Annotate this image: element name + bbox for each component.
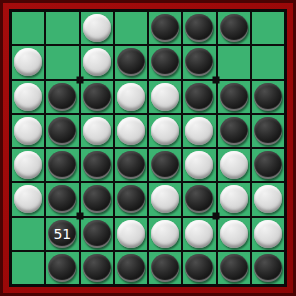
star-point-icon xyxy=(77,77,84,84)
cell-a3 xyxy=(12,81,44,113)
cell-h1[interactable] xyxy=(252,12,284,44)
cell-e8 xyxy=(149,252,181,284)
disc-black xyxy=(48,254,76,282)
disc-white xyxy=(83,117,111,145)
othello-board: 51 xyxy=(12,12,284,284)
cell-f4 xyxy=(183,115,215,147)
star-point-icon xyxy=(213,213,220,220)
cell-g3 xyxy=(218,81,250,113)
cell-b3 xyxy=(46,81,78,113)
star-point-icon xyxy=(77,213,84,220)
cell-b6 xyxy=(46,183,78,215)
disc-white xyxy=(117,117,145,145)
disc-white xyxy=(83,14,111,42)
disc-white xyxy=(185,151,213,179)
cell-a8[interactable] xyxy=(12,252,44,284)
disc-black xyxy=(151,48,179,76)
disc-black xyxy=(185,83,213,111)
cell-d1[interactable] xyxy=(115,12,147,44)
cell-f2 xyxy=(183,46,215,78)
disc-black xyxy=(185,254,213,282)
cell-g1 xyxy=(218,12,250,44)
board-frame-red: 51 xyxy=(3,3,293,293)
cell-b5 xyxy=(46,149,78,181)
cell-c2 xyxy=(81,46,113,78)
move-number-label: 51 xyxy=(53,227,71,241)
cell-f6 xyxy=(183,183,215,215)
cell-a4 xyxy=(12,115,44,147)
cell-f3 xyxy=(183,81,215,113)
cell-a6 xyxy=(12,183,44,215)
disc-black xyxy=(48,117,76,145)
cell-f1 xyxy=(183,12,215,44)
disc-black xyxy=(254,151,282,179)
cell-e2 xyxy=(149,46,181,78)
disc-black xyxy=(220,83,248,111)
cell-e7 xyxy=(149,218,181,250)
disc-white xyxy=(254,185,282,213)
disc-black xyxy=(83,254,111,282)
disc-black xyxy=(151,254,179,282)
disc-white xyxy=(220,220,248,248)
board-frame-inner: 51 xyxy=(9,9,287,287)
disc-black xyxy=(117,48,145,76)
disc-black xyxy=(220,117,248,145)
disc-white xyxy=(254,220,282,248)
disc-black xyxy=(83,151,111,179)
cell-g8 xyxy=(218,252,250,284)
disc-black xyxy=(220,14,248,42)
disc-white xyxy=(151,117,179,145)
cell-a5 xyxy=(12,149,44,181)
disc-black xyxy=(117,151,145,179)
disc-white xyxy=(151,185,179,213)
cell-d4 xyxy=(115,115,147,147)
disc-white xyxy=(14,185,42,213)
cell-d3 xyxy=(115,81,147,113)
cell-g5 xyxy=(218,149,250,181)
disc-black xyxy=(254,83,282,111)
cell-a1[interactable] xyxy=(12,12,44,44)
cell-b7: 51 xyxy=(46,218,78,250)
disc-black xyxy=(254,117,282,145)
cell-d2 xyxy=(115,46,147,78)
cell-b4 xyxy=(46,115,78,147)
star-point-icon xyxy=(213,77,220,84)
disc-black xyxy=(48,83,76,111)
disc-black xyxy=(185,185,213,213)
disc-black xyxy=(117,254,145,282)
cell-e1 xyxy=(149,12,181,44)
cell-g7 xyxy=(218,218,250,250)
disc-white xyxy=(14,117,42,145)
disc-black xyxy=(254,254,282,282)
cell-h6 xyxy=(252,183,284,215)
disc-white xyxy=(185,117,213,145)
disc-black xyxy=(185,14,213,42)
cell-f5 xyxy=(183,149,215,181)
cell-c4 xyxy=(81,115,113,147)
cell-a7[interactable] xyxy=(12,218,44,250)
cell-h2[interactable] xyxy=(252,46,284,78)
cell-h3 xyxy=(252,81,284,113)
disc-white xyxy=(151,83,179,111)
disc-black xyxy=(83,83,111,111)
board-frame-outer: 51 xyxy=(0,0,296,296)
disc-black xyxy=(117,185,145,213)
disc-white xyxy=(220,185,248,213)
cell-e6 xyxy=(149,183,181,215)
cell-c3 xyxy=(81,81,113,113)
disc-black xyxy=(83,185,111,213)
disc-black xyxy=(185,48,213,76)
disc-black xyxy=(151,151,179,179)
cell-a2 xyxy=(12,46,44,78)
cell-g6 xyxy=(218,183,250,215)
cell-h4 xyxy=(252,115,284,147)
cell-c5 xyxy=(81,149,113,181)
disc-black xyxy=(48,151,76,179)
disc-black xyxy=(83,220,111,248)
cell-b8 xyxy=(46,252,78,284)
cell-h8 xyxy=(252,252,284,284)
cell-h7 xyxy=(252,218,284,250)
cell-b2[interactable] xyxy=(46,46,78,78)
cell-f8 xyxy=(183,252,215,284)
disc-white xyxy=(151,220,179,248)
cell-h5 xyxy=(252,149,284,181)
cell-e5 xyxy=(149,149,181,181)
cell-d6 xyxy=(115,183,147,215)
cell-g2[interactable] xyxy=(218,46,250,78)
cell-c6 xyxy=(81,183,113,215)
disc-black xyxy=(48,185,76,213)
cell-c8 xyxy=(81,252,113,284)
cell-e4 xyxy=(149,115,181,147)
disc-white xyxy=(14,48,42,76)
cell-c1 xyxy=(81,12,113,44)
cell-d8 xyxy=(115,252,147,284)
disc-white xyxy=(117,83,145,111)
cell-b1[interactable] xyxy=(46,12,78,44)
cell-d5 xyxy=(115,149,147,181)
disc-white xyxy=(220,151,248,179)
disc-white xyxy=(185,220,213,248)
disc-white xyxy=(83,48,111,76)
cell-g4 xyxy=(218,115,250,147)
disc-white xyxy=(14,83,42,111)
disc-white xyxy=(117,220,145,248)
disc-black xyxy=(220,254,248,282)
disc-white xyxy=(14,151,42,179)
disc-black: 51 xyxy=(48,220,76,248)
cell-c7 xyxy=(81,218,113,250)
disc-black xyxy=(151,14,179,42)
cell-e3 xyxy=(149,81,181,113)
cell-f7 xyxy=(183,218,215,250)
cell-d7 xyxy=(115,218,147,250)
